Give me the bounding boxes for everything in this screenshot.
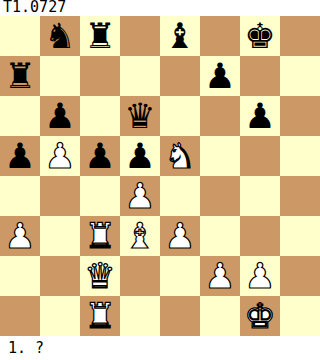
square-e2[interactable]: [160, 256, 200, 296]
move-prompt: 1. ?: [0, 336, 320, 360]
square-h4[interactable]: [280, 176, 320, 216]
square-d4[interactable]: ♟: [120, 176, 160, 216]
white-rook-icon: ♜: [84, 216, 115, 256]
square-f6[interactable]: [200, 96, 240, 136]
white-bishop-icon: ♝: [124, 216, 155, 256]
white-pawn-icon: ♟: [44, 136, 75, 176]
square-d1[interactable]: [120, 296, 160, 336]
square-a8[interactable]: [0, 16, 40, 56]
square-b7[interactable]: [40, 56, 80, 96]
square-h5[interactable]: [280, 136, 320, 176]
square-e6[interactable]: [160, 96, 200, 136]
square-g5[interactable]: [240, 136, 280, 176]
square-e3[interactable]: ♟: [160, 216, 200, 256]
square-g4[interactable]: [240, 176, 280, 216]
square-a4[interactable]: [0, 176, 40, 216]
black-pawn-icon: ♟: [124, 136, 155, 176]
chess-board: ♞♜♝♚♜♟♟♛♟♟♟♟♟♞♟♟♜♝♟♛♟♟♜♚: [0, 16, 320, 336]
white-king-icon: ♚: [244, 296, 275, 336]
white-pawn-icon: ♟: [244, 256, 275, 296]
square-a6[interactable]: [0, 96, 40, 136]
square-c7[interactable]: [80, 56, 120, 96]
square-f7[interactable]: ♟: [200, 56, 240, 96]
square-h8[interactable]: [280, 16, 320, 56]
square-b8[interactable]: ♞: [40, 16, 80, 56]
square-d8[interactable]: [120, 16, 160, 56]
black-bishop-icon: ♝: [164, 16, 195, 56]
white-pawn-icon: ♟: [164, 216, 195, 256]
square-b1[interactable]: [40, 296, 80, 336]
square-a3[interactable]: ♟: [0, 216, 40, 256]
square-g2[interactable]: ♟: [240, 256, 280, 296]
square-f8[interactable]: [200, 16, 240, 56]
square-c3[interactable]: ♜: [80, 216, 120, 256]
square-e4[interactable]: [160, 176, 200, 216]
black-knight-icon: ♞: [44, 16, 75, 56]
square-d2[interactable]: [120, 256, 160, 296]
square-c1[interactable]: ♜: [80, 296, 120, 336]
square-a7[interactable]: ♜: [0, 56, 40, 96]
square-b5[interactable]: ♟: [40, 136, 80, 176]
black-rook-icon: ♜: [4, 56, 35, 96]
square-f2[interactable]: ♟: [200, 256, 240, 296]
square-c5[interactable]: ♟: [80, 136, 120, 176]
square-a2[interactable]: [0, 256, 40, 296]
square-h7[interactable]: [280, 56, 320, 96]
square-g8[interactable]: ♚: [240, 16, 280, 56]
square-b2[interactable]: [40, 256, 80, 296]
white-knight-icon: ♞: [164, 136, 195, 176]
square-e7[interactable]: [160, 56, 200, 96]
square-a1[interactable]: [0, 296, 40, 336]
black-queen-icon: ♛: [124, 96, 155, 136]
white-queen-icon: ♛: [84, 256, 115, 296]
black-rook-icon: ♜: [84, 16, 115, 56]
square-b4[interactable]: [40, 176, 80, 216]
puzzle-title: T1.0727: [0, 0, 320, 16]
square-d6[interactable]: ♛: [120, 96, 160, 136]
white-pawn-icon: ♟: [204, 256, 235, 296]
square-d5[interactable]: ♟: [120, 136, 160, 176]
square-h3[interactable]: [280, 216, 320, 256]
square-e5[interactable]: ♞: [160, 136, 200, 176]
black-king-icon: ♚: [244, 16, 275, 56]
square-e1[interactable]: [160, 296, 200, 336]
square-f3[interactable]: [200, 216, 240, 256]
square-f5[interactable]: [200, 136, 240, 176]
square-h1[interactable]: [280, 296, 320, 336]
black-pawn-icon: ♟: [204, 56, 235, 96]
square-h6[interactable]: [280, 96, 320, 136]
square-d3[interactable]: ♝: [120, 216, 160, 256]
white-pawn-icon: ♟: [124, 176, 155, 216]
square-d7[interactable]: [120, 56, 160, 96]
square-c4[interactable]: [80, 176, 120, 216]
square-g7[interactable]: [240, 56, 280, 96]
square-g1[interactable]: ♚: [240, 296, 280, 336]
square-c8[interactable]: ♜: [80, 16, 120, 56]
square-e8[interactable]: ♝: [160, 16, 200, 56]
square-c2[interactable]: ♛: [80, 256, 120, 296]
square-a5[interactable]: ♟: [0, 136, 40, 176]
black-pawn-icon: ♟: [44, 96, 75, 136]
square-f4[interactable]: [200, 176, 240, 216]
black-pawn-icon: ♟: [244, 96, 275, 136]
square-b3[interactable]: [40, 216, 80, 256]
black-pawn-icon: ♟: [84, 136, 115, 176]
white-rook-icon: ♜: [84, 296, 115, 336]
square-h2[interactable]: [280, 256, 320, 296]
square-c6[interactable]: [80, 96, 120, 136]
white-pawn-icon: ♟: [4, 216, 35, 256]
black-pawn-icon: ♟: [4, 136, 35, 176]
square-g6[interactable]: ♟: [240, 96, 280, 136]
square-g3[interactable]: [240, 216, 280, 256]
square-f1[interactable]: [200, 296, 240, 336]
square-b6[interactable]: ♟: [40, 96, 80, 136]
